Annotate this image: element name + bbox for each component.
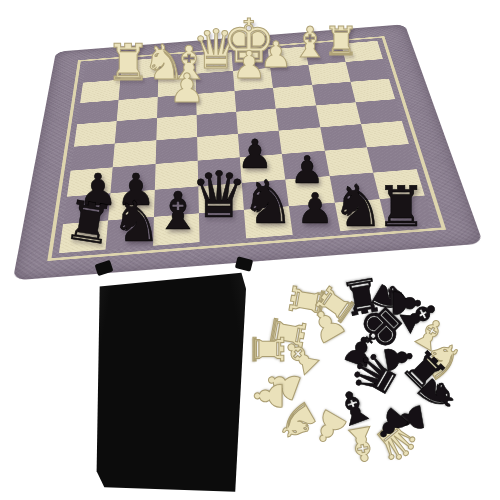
drawstring-bag <box>92 266 246 494</box>
chess-board-grid <box>59 41 433 253</box>
loose-black-bishop: ♝ <box>389 287 449 346</box>
loose-black-pawn: ♟ <box>366 399 417 450</box>
loose-cream-pawn: ♟ <box>301 299 352 352</box>
loose-cream-pawn: ♟ <box>303 402 354 455</box>
board-square <box>276 105 320 130</box>
board-square <box>196 112 238 137</box>
loose-black-bishop: ♝ <box>328 381 380 436</box>
board-square <box>324 147 372 175</box>
board-square <box>282 151 329 179</box>
board-playfield <box>47 36 446 261</box>
board-square <box>373 169 425 199</box>
loose-black-knight: ♞ <box>407 365 466 424</box>
loose-cream-rook: ♜ <box>283 278 333 324</box>
board-square <box>59 220 108 253</box>
loose-cream-bishop: ♝ <box>338 418 387 470</box>
board-square <box>67 167 113 196</box>
loose-cream-pawn: ♟ <box>250 379 288 413</box>
board-square <box>320 124 367 151</box>
loose-cream-bishop: ♝ <box>404 308 455 361</box>
board-square <box>316 102 361 127</box>
chess-set-product-photo: ♜♞♝♟♛♚♟♟♝♜♟♟♜♞♝♛♟♞♟♟♞♜ ♜♜♟♜♜♝♟♟♞♟♝♛♞♝♜♞♟… <box>0 0 500 500</box>
loose-black-pawn: ♟ <box>387 286 425 320</box>
board-square <box>108 190 154 221</box>
loose-cream-knight: ♞ <box>413 331 473 390</box>
loose-black-pawn: ♟ <box>377 339 418 377</box>
board-square <box>289 203 340 235</box>
loose-black-knight: ♞ <box>362 271 420 327</box>
board-square <box>329 172 379 202</box>
board-square <box>236 108 279 133</box>
board-square <box>199 210 246 243</box>
loose-black-pawn: ♟ <box>337 327 382 374</box>
board-square <box>111 164 156 193</box>
board-square <box>240 154 286 183</box>
loose-black-pawn: ♟ <box>387 399 430 439</box>
board-square <box>153 213 200 246</box>
loose-black-rook: ♜ <box>394 341 453 400</box>
board-square <box>379 195 433 227</box>
board-square <box>155 137 197 164</box>
loose-cream-rook: ♜ <box>262 310 312 356</box>
board-square <box>367 144 417 172</box>
board-square <box>153 186 198 217</box>
board-square <box>71 143 115 170</box>
loose-cream-bishop: ♝ <box>271 327 330 386</box>
board-square <box>355 99 401 124</box>
board-square <box>279 127 324 154</box>
loose-black-queen: ♛ <box>341 342 409 408</box>
loose-cream-queen: ♛ <box>364 409 428 473</box>
board-square <box>361 121 409 148</box>
board-square <box>244 206 293 238</box>
loose-black-rook: ♜ <box>338 270 387 322</box>
board-square <box>63 193 111 224</box>
loose-cream-pawn: ♟ <box>258 360 308 407</box>
board-square <box>154 161 198 190</box>
board-square <box>156 115 197 141</box>
board-square <box>198 183 244 213</box>
board-square <box>285 176 334 206</box>
loose-cream-knight: ♞ <box>267 393 327 452</box>
board-square <box>113 140 156 167</box>
board-square <box>197 134 240 161</box>
board-square <box>242 179 289 209</box>
bag-body <box>92 266 246 494</box>
board-square <box>334 199 386 231</box>
loose-cream-rook: ♜ <box>308 278 364 333</box>
board-square <box>197 157 241 186</box>
chess-mat <box>13 24 484 280</box>
loose-black-king: ♚ <box>346 293 416 363</box>
board-square <box>238 131 282 158</box>
loose-cream-rook: ♜ <box>246 330 288 368</box>
board-square <box>106 217 154 250</box>
